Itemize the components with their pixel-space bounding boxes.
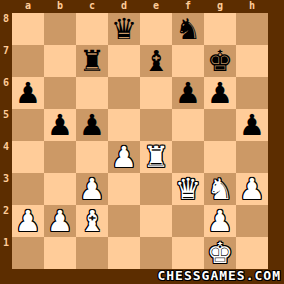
square-c4[interactable]: [76, 141, 108, 173]
white-queen-f3[interactable]: ♛: [175, 175, 201, 204]
file-label-b: b: [44, 0, 76, 13]
square-b5[interactable]: ♟: [44, 109, 76, 141]
square-a2[interactable]: ♟: [12, 205, 44, 237]
white-rook-e4[interactable]: ♜: [143, 143, 169, 172]
white-pawn-c3[interactable]: ♟: [79, 175, 105, 204]
square-h6[interactable]: [236, 77, 268, 109]
rank-label-8: 8: [0, 13, 12, 45]
square-b3[interactable]: [44, 173, 76, 205]
square-h1[interactable]: [236, 237, 268, 269]
square-g6[interactable]: ♟: [204, 77, 236, 109]
square-a4[interactable]: [12, 141, 44, 173]
square-c8[interactable]: [76, 13, 108, 45]
square-h8[interactable]: [236, 13, 268, 45]
rank-label-5: 5: [0, 109, 12, 141]
square-c6[interactable]: [76, 77, 108, 109]
square-a1[interactable]: [12, 237, 44, 269]
square-b2[interactable]: ♟: [44, 205, 76, 237]
square-e4[interactable]: ♜: [140, 141, 172, 173]
square-c2[interactable]: ♝: [76, 205, 108, 237]
square-d2[interactable]: [108, 205, 140, 237]
square-e7[interactable]: ♝: [140, 45, 172, 77]
square-b7[interactable]: [44, 45, 76, 77]
square-h4[interactable]: [236, 141, 268, 173]
black-pawn-f6[interactable]: ♟: [175, 79, 201, 108]
square-d6[interactable]: [108, 77, 140, 109]
square-b8[interactable]: [44, 13, 76, 45]
square-f8[interactable]: ♞: [172, 13, 204, 45]
square-g8[interactable]: [204, 13, 236, 45]
black-pawn-g6[interactable]: ♟: [207, 79, 233, 108]
chess-diagram: abcdefgh 87654321 ♛♞♜♝♚♟♟♟♟♟♟♟♜♟♛♞♟♟♟♝♟♚…: [0, 0, 284, 284]
square-a5[interactable]: [12, 109, 44, 141]
square-c7[interactable]: ♜: [76, 45, 108, 77]
square-g5[interactable]: [204, 109, 236, 141]
white-pawn-d4[interactable]: ♟: [111, 143, 137, 172]
square-f3[interactable]: ♛: [172, 173, 204, 205]
chess-board: ♛♞♜♝♚♟♟♟♟♟♟♟♜♟♛♞♟♟♟♝♟♚: [12, 13, 268, 269]
square-a7[interactable]: [12, 45, 44, 77]
rank-label-3: 3: [0, 173, 12, 205]
square-g2[interactable]: ♟: [204, 205, 236, 237]
black-pawn-a6[interactable]: ♟: [15, 79, 41, 108]
square-e3[interactable]: [140, 173, 172, 205]
square-d4[interactable]: ♟: [108, 141, 140, 173]
square-g1[interactable]: ♚: [204, 237, 236, 269]
white-king-g1[interactable]: ♚: [207, 239, 233, 268]
square-f1[interactable]: [172, 237, 204, 269]
square-f7[interactable]: [172, 45, 204, 77]
square-h7[interactable]: [236, 45, 268, 77]
rank-label-7: 7: [0, 45, 12, 77]
white-bishop-c2[interactable]: ♝: [79, 207, 105, 236]
square-b1[interactable]: [44, 237, 76, 269]
square-c5[interactable]: ♟: [76, 109, 108, 141]
square-a3[interactable]: [12, 173, 44, 205]
square-d3[interactable]: [108, 173, 140, 205]
square-g7[interactable]: ♚: [204, 45, 236, 77]
square-c1[interactable]: [76, 237, 108, 269]
square-g4[interactable]: [204, 141, 236, 173]
black-rook-c7[interactable]: ♜: [79, 47, 105, 76]
rank-label-2: 2: [0, 205, 12, 237]
white-knight-g3[interactable]: ♞: [207, 175, 233, 204]
square-a8[interactable]: [12, 13, 44, 45]
square-f6[interactable]: ♟: [172, 77, 204, 109]
file-label-a: a: [12, 0, 44, 13]
square-e5[interactable]: [140, 109, 172, 141]
black-king-g7[interactable]: ♚: [207, 47, 233, 76]
black-pawn-c5[interactable]: ♟: [79, 111, 105, 140]
square-d8[interactable]: ♛: [108, 13, 140, 45]
white-pawn-h3[interactable]: ♟: [239, 175, 265, 204]
square-f4[interactable]: [172, 141, 204, 173]
square-d1[interactable]: [108, 237, 140, 269]
file-labels: abcdefgh: [12, 0, 268, 13]
rank-label-6: 6: [0, 77, 12, 109]
square-b6[interactable]: [44, 77, 76, 109]
black-bishop-e7[interactable]: ♝: [143, 47, 169, 76]
square-e6[interactable]: [140, 77, 172, 109]
white-pawn-g2[interactable]: ♟: [207, 207, 233, 236]
black-knight-f8[interactable]: ♞: [175, 15, 201, 44]
square-e2[interactable]: [140, 205, 172, 237]
white-pawn-b2[interactable]: ♟: [47, 207, 73, 236]
chessgames-branding-link[interactable]: CHESSGAMES.COM: [157, 268, 281, 283]
square-c3[interactable]: ♟: [76, 173, 108, 205]
white-pawn-a2[interactable]: ♟: [15, 207, 41, 236]
black-pawn-h5[interactable]: ♟: [239, 111, 265, 140]
square-d5[interactable]: [108, 109, 140, 141]
square-a6[interactable]: ♟: [12, 77, 44, 109]
square-e8[interactable]: [140, 13, 172, 45]
rank-labels: 87654321: [0, 13, 12, 269]
square-h2[interactable]: [236, 205, 268, 237]
square-h5[interactable]: ♟: [236, 109, 268, 141]
square-f5[interactable]: [172, 109, 204, 141]
black-pawn-b5[interactable]: ♟: [47, 111, 73, 140]
square-e1[interactable]: [140, 237, 172, 269]
rank-label-1: 1: [0, 237, 12, 269]
square-b4[interactable]: [44, 141, 76, 173]
square-h3[interactable]: ♟: [236, 173, 268, 205]
square-g3[interactable]: ♞: [204, 173, 236, 205]
file-label-h: h: [236, 0, 268, 13]
file-label-c: c: [76, 0, 108, 13]
rank-label-4: 4: [0, 141, 12, 173]
file-label-e: e: [140, 0, 172, 13]
file-label-g: g: [204, 0, 236, 13]
square-d7[interactable]: [108, 45, 140, 77]
black-queen-d8[interactable]: ♛: [111, 15, 137, 44]
square-f2[interactable]: [172, 205, 204, 237]
